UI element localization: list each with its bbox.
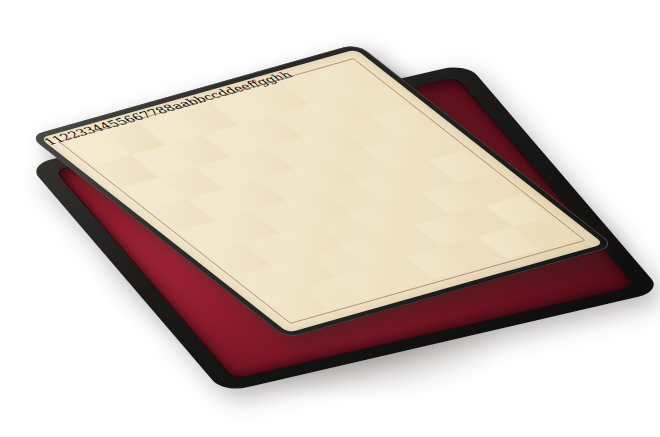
checker-surface [0,405,49,435]
checker-surface [0,11,46,39]
checker-surface [0,113,47,124]
checker-surface [0,243,48,273]
white-checker [0,351,50,394]
checker-surface [0,363,50,394]
black-checker [0,312,45,351]
checker-surface [0,231,48,243]
checker-surface [0,77,42,87]
checker-surface [0,194,44,205]
checker-surface [0,87,42,113]
black-checker [0,77,42,113]
black-checker [0,39,43,76]
checker-surface [0,204,44,231]
checker-surface [0,323,45,351]
checkers-set-photo: 1122334455667788aabbccddeeffgghh [0,0,660,437]
black-checker [0,273,46,312]
checker-surface [0,394,49,406]
checker-surface [0,50,43,77]
white-checker [0,0,46,39]
checker-surface [0,312,45,323]
checker-surface [0,0,46,11]
white-checker [0,231,48,272]
checker-surface [0,273,46,284]
checker-surface [0,284,46,312]
checker-surface [0,351,50,363]
white-checker [0,394,49,436]
checker-surface [0,39,43,49]
black-checker [0,194,44,232]
